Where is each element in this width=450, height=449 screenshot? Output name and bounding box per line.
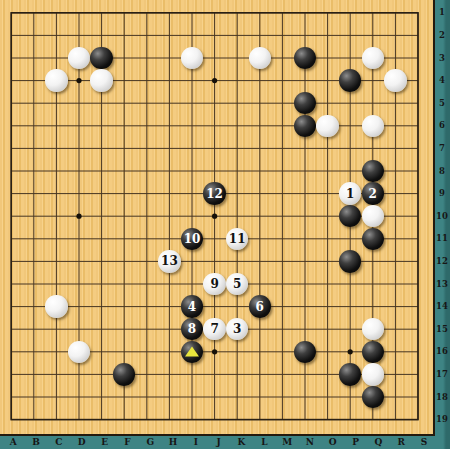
coord-label-col-R: R [393,437,409,449]
stone-white-K11[interactable]: 11 [226,228,249,251]
coord-label-col-O: O [325,437,341,449]
goban[interactable]: 12121011139546873 [0,0,435,436]
coord-label-col-K: K [234,437,250,449]
move-number-label: 12 [206,188,223,200]
stone-white-C14[interactable] [45,295,68,318]
go-app-window: 12121011139546873 ABCDEFGHIJKLMNOPQRS 12… [0,0,450,449]
coord-label-row-16: 16 [435,346,449,357]
coord-label-row-6: 6 [435,120,449,131]
coord-label-row-10: 10 [435,211,449,222]
coord-label-col-Q: Q [370,437,386,449]
move-number-label: 6 [256,301,264,313]
stone-black-N5[interactable] [294,92,317,115]
move-number-label: 4 [188,301,196,313]
move-number-label: 9 [210,278,218,290]
stone-black-L14[interactable]: 6 [249,295,272,318]
stone-black-P10[interactable] [339,205,362,228]
coord-label-row-9: 9 [435,188,449,199]
stone-white-O6[interactable] [316,115,339,138]
stone-black-Q8[interactable] [362,160,385,183]
stone-black-P4[interactable] [339,69,362,92]
stone-black-P17[interactable] [339,363,362,386]
move-number-label: 1 [346,188,354,200]
move-number-label: 11 [229,233,246,245]
coord-label-col-G: G [142,437,158,449]
coord-label-col-N: N [302,437,318,449]
stone-white-I3[interactable] [181,47,204,70]
stone-black-Q18[interactable] [362,386,385,409]
move-number-label: 13 [161,255,178,267]
coord-label-col-D: D [74,437,90,449]
coord-label-row-14: 14 [435,301,449,312]
coord-label-col-B: B [28,437,44,449]
stone-black-I14[interactable]: 4 [181,295,204,318]
coord-label-row-17: 17 [435,369,449,380]
move-number-label: 8 [188,323,196,335]
stone-white-D3[interactable] [68,47,91,70]
move-number-label: 5 [233,278,241,290]
stone-white-L3[interactable] [249,47,272,70]
coord-label-row-1: 1 [435,7,449,18]
stone-black-Q11[interactable] [362,228,385,251]
stone-white-K15[interactable]: 3 [226,318,249,341]
last-move-triangle-mark [185,346,199,356]
coord-label-row-11: 11 [435,233,449,244]
coord-label-col-A: A [5,437,21,449]
stone-black-N16[interactable] [294,341,317,364]
coord-label-row-4: 4 [435,75,449,86]
coord-label-row-19: 19 [435,414,449,425]
stone-black-Q16[interactable] [362,341,385,364]
stone-white-D16[interactable] [68,341,91,364]
move-number-label: 2 [369,188,377,200]
coord-label-col-C: C [51,437,67,449]
move-number-label: 3 [233,323,241,335]
coord-label-row-5: 5 [435,98,449,109]
coord-label-row-13: 13 [435,279,449,290]
stone-black-I11[interactable]: 10 [181,228,204,251]
coord-label-row-2: 2 [435,30,449,41]
stone-black-E3[interactable] [90,47,113,70]
stone-white-Q15[interactable] [362,318,385,341]
stone-white-J15[interactable]: 7 [203,318,226,341]
stone-white-P9[interactable]: 1 [339,182,362,205]
coord-label-row-18: 18 [435,392,449,403]
move-number-label: 10 [184,233,201,245]
stone-white-Q10[interactable] [362,205,385,228]
coord-label-col-J: J [211,437,227,449]
stone-black-I16[interactable] [181,341,204,364]
stone-black-N6[interactable] [294,115,317,138]
stone-black-J9[interactable]: 12 [203,182,226,205]
stone-white-H12[interactable]: 13 [158,250,181,273]
stone-black-P12[interactable] [339,250,362,273]
coord-label-col-H: H [165,437,181,449]
coord-label-col-M: M [279,437,295,449]
stone-black-Q9[interactable]: 2 [362,182,385,205]
coord-label-col-F: F [119,437,135,449]
stones-layer: 12121011139546873 [0,0,433,434]
coord-label-row-3: 3 [435,53,449,64]
coord-label-col-S: S [416,437,432,449]
stone-white-Q3[interactable] [362,47,385,70]
stone-white-R4[interactable] [384,69,407,92]
stone-black-F17[interactable] [113,363,136,386]
coord-label-col-P: P [348,437,364,449]
coord-label-row-7: 7 [435,143,449,154]
coord-label-col-L: L [256,437,272,449]
coord-label-col-I: I [188,437,204,449]
coord-label-row-12: 12 [435,256,449,267]
stone-white-Q17[interactable] [362,363,385,386]
coord-label-row-15: 15 [435,324,449,335]
stone-white-J13[interactable]: 9 [203,273,226,296]
coord-label-row-8: 8 [435,166,449,177]
stone-white-E4[interactable] [90,69,113,92]
stone-black-I15[interactable]: 8 [181,318,204,341]
stone-white-K13[interactable]: 5 [226,273,249,296]
stone-white-Q6[interactable] [362,115,385,138]
stone-black-N3[interactable] [294,47,317,70]
coord-label-col-E: E [97,437,113,449]
move-number-label: 7 [210,323,218,335]
stone-white-C4[interactable] [45,69,68,92]
